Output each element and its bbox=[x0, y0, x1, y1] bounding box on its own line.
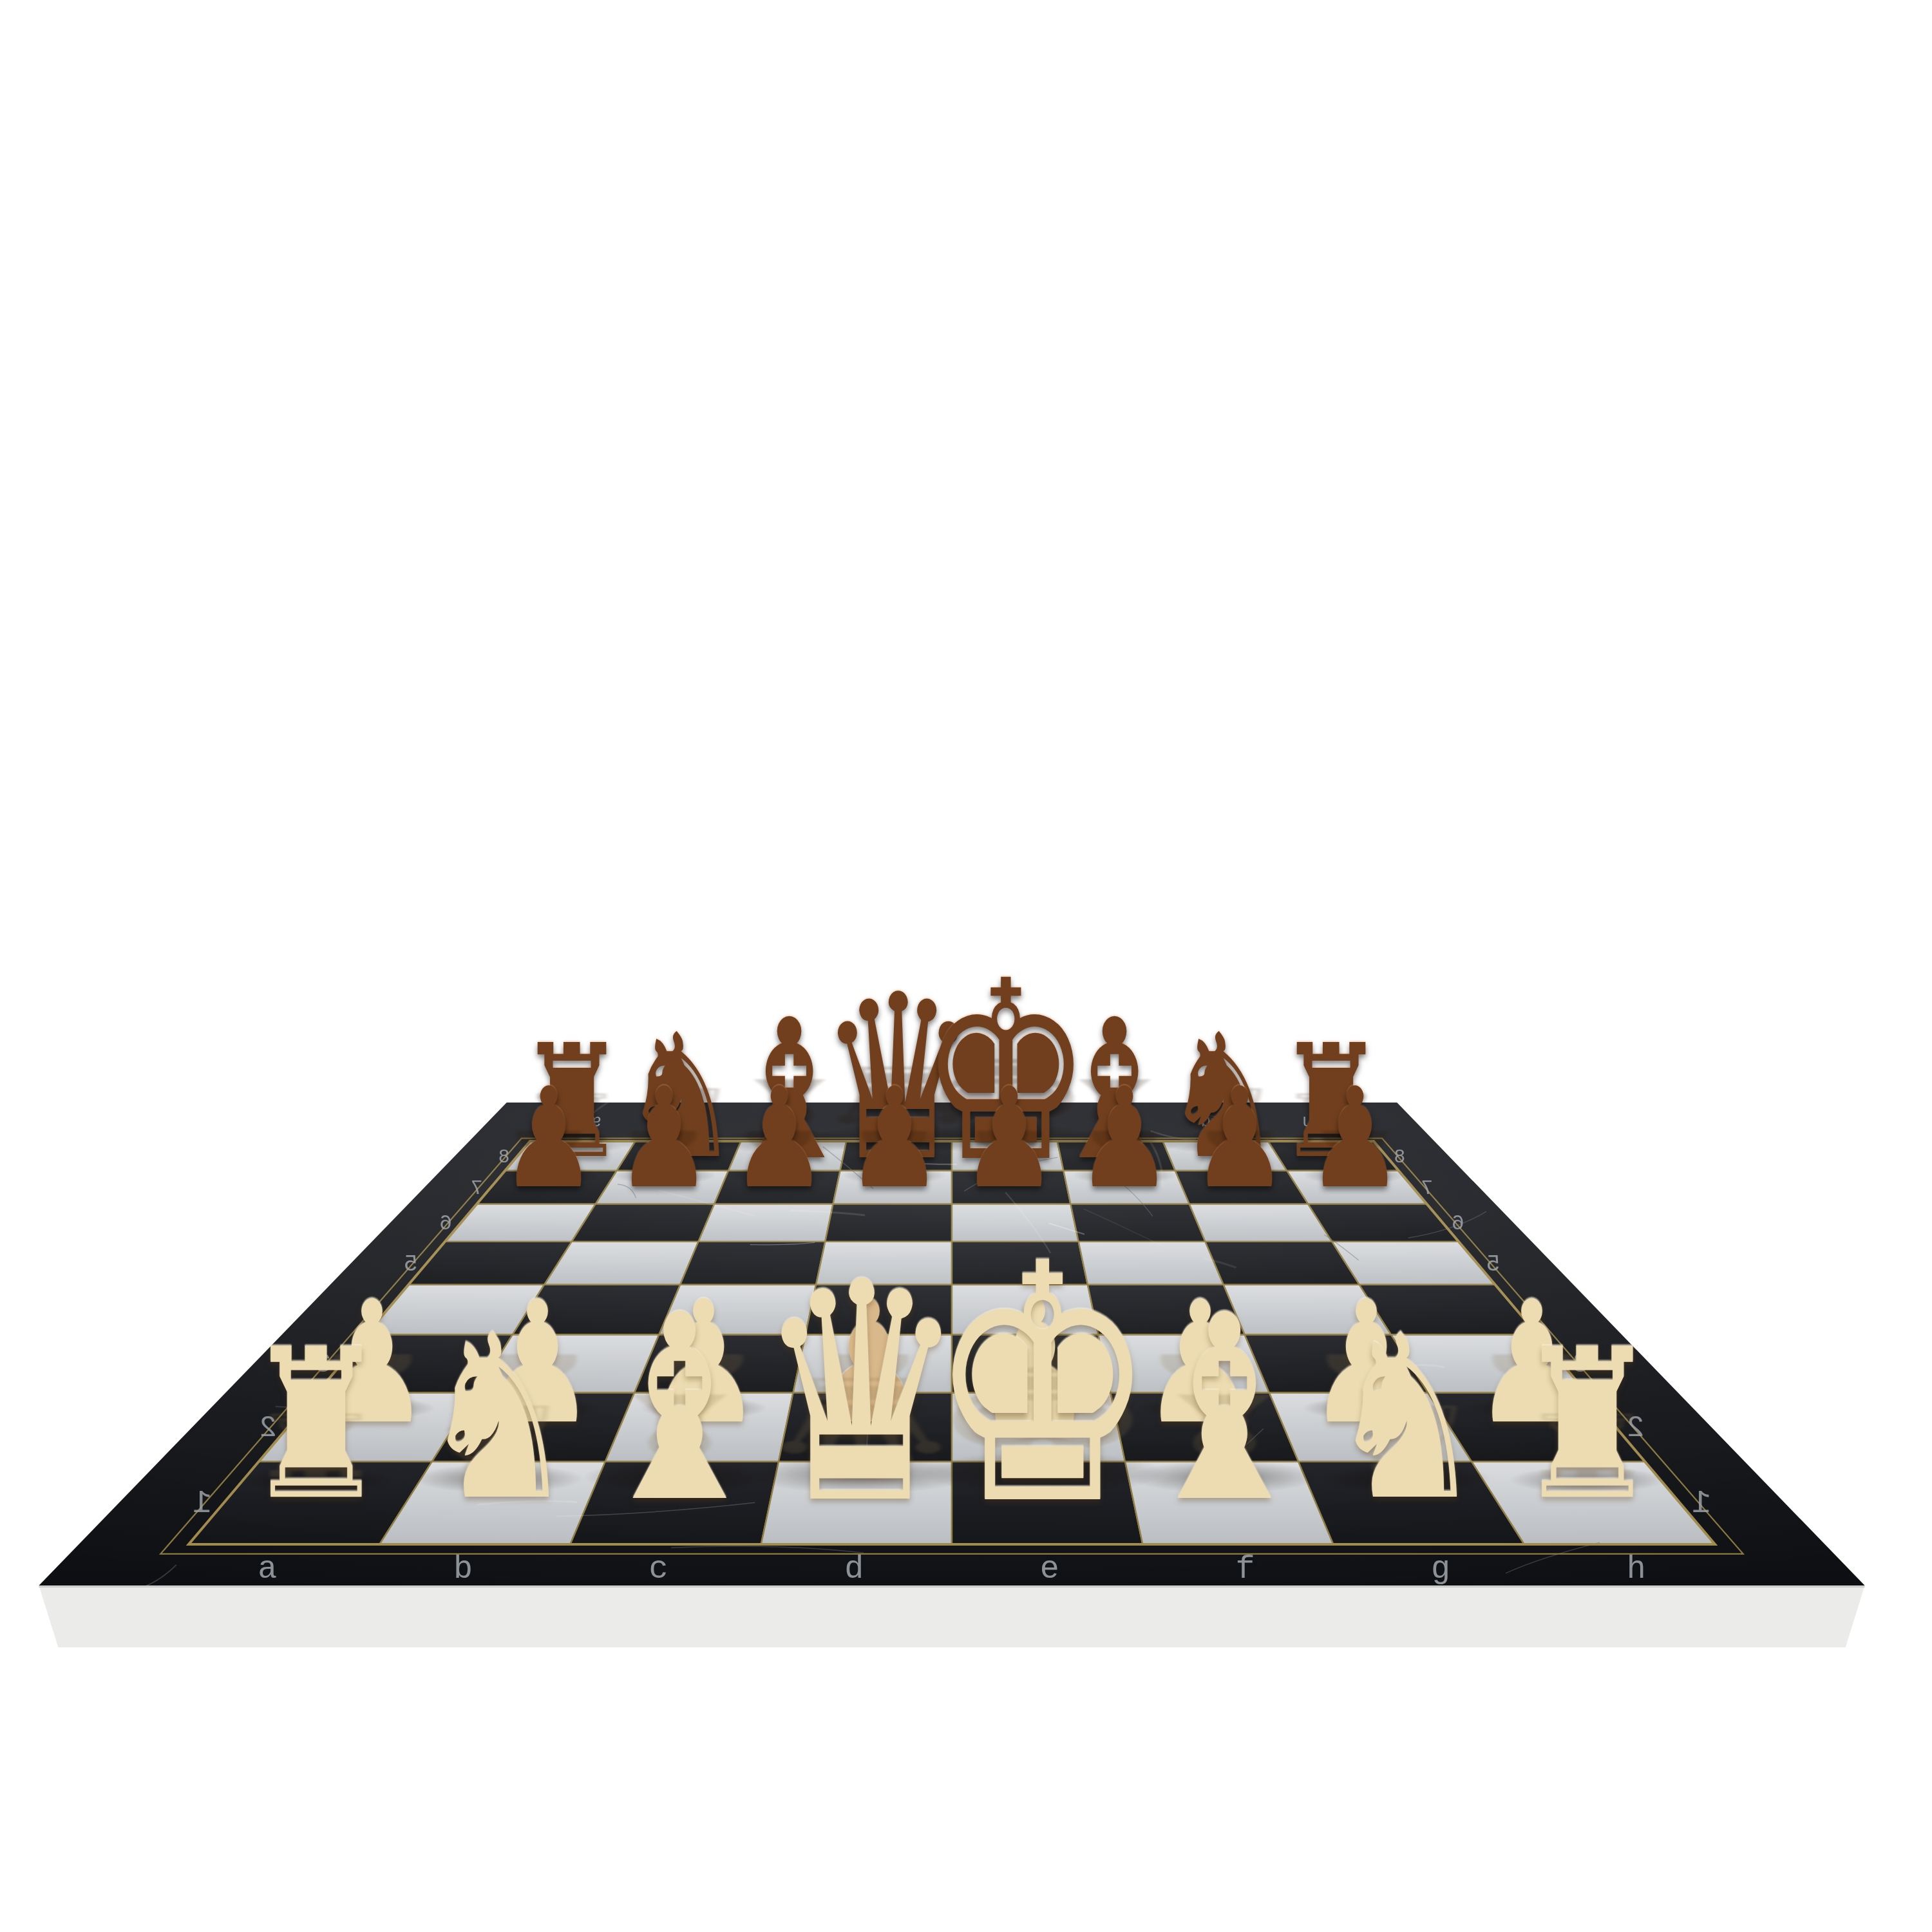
rank-label-right-7: 7 bbox=[1421, 1177, 1433, 1200]
knight-glyph: ♞ bbox=[1321, 1305, 1490, 1532]
pawn-glyph: ♟ bbox=[958, 1070, 1061, 1208]
rank-label-left-7: 7 bbox=[471, 1177, 483, 1200]
piece-black-pawn-h7[interactable]: ♟♟ bbox=[1289, 1070, 1421, 1256]
pawn-glyph: ♟ bbox=[613, 1070, 715, 1208]
rank-label-left-6: 6 bbox=[439, 1211, 452, 1236]
rank-label-left-1: 1 bbox=[193, 1485, 212, 1522]
pawn-glyph: ♟ bbox=[1303, 1070, 1406, 1208]
pawn-glyph: ♟ bbox=[1074, 1070, 1176, 1208]
piece-black-pawn-a7[interactable]: ♟♟ bbox=[483, 1070, 614, 1256]
pawn-glyph: ♟ bbox=[498, 1070, 600, 1208]
rank-label-right-6: 6 bbox=[1452, 1211, 1464, 1236]
piece-white-knight-g1[interactable]: ♞♞ bbox=[1298, 1305, 1514, 1611]
rank-label-right-1: 1 bbox=[1692, 1485, 1711, 1522]
piece-black-pawn-b7[interactable]: ♟♟ bbox=[598, 1070, 730, 1256]
pawn-glyph: ♟ bbox=[1188, 1070, 1291, 1208]
piece-white-rook-h1[interactable]: ♜♜ bbox=[1489, 1321, 1686, 1602]
knight-glyph: ♞ bbox=[413, 1305, 582, 1532]
chess-set-photo: abcdefghabcdefgh1122334455667788 ♜♜♞♞♝♝♛… bbox=[0, 0, 1932, 1932]
bishop-glyph: ♝ bbox=[1129, 1281, 1319, 1538]
pawn-glyph: ♟ bbox=[843, 1070, 945, 1208]
piece-white-rook-a1[interactable]: ♜♜ bbox=[218, 1321, 415, 1602]
rook-glyph: ♜ bbox=[1511, 1321, 1665, 1529]
rook-glyph: ♜ bbox=[240, 1321, 393, 1529]
pawn-glyph: ♟ bbox=[728, 1070, 830, 1208]
